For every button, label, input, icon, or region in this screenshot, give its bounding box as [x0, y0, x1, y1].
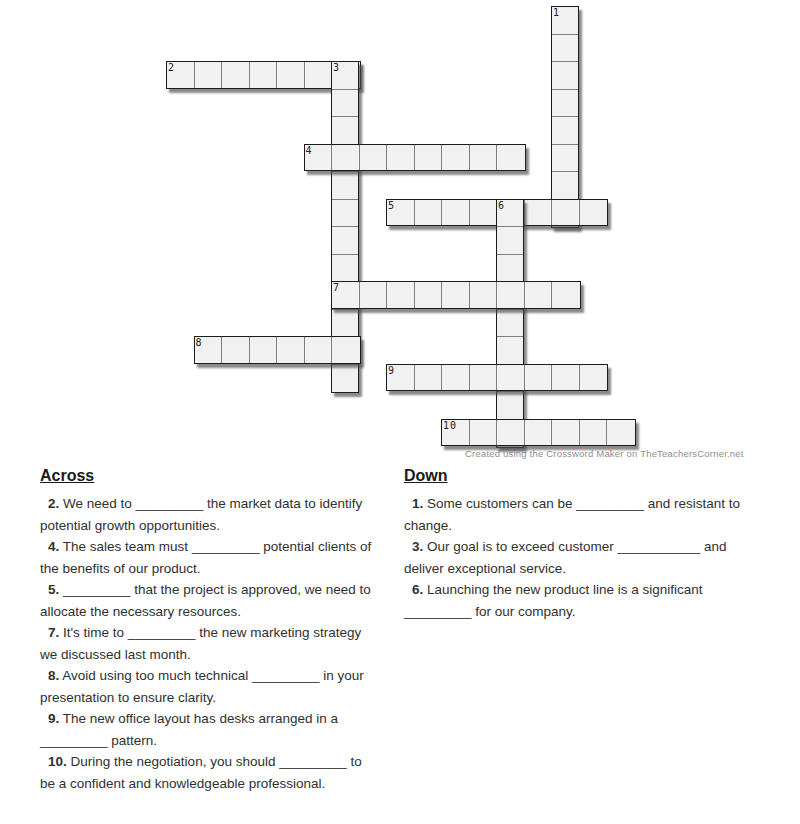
clue-number-text: 5. — [48, 582, 59, 597]
grid-cell-r7-c13[interactable] — [525, 200, 553, 226]
grid-cell-r7-c11[interactable] — [470, 200, 498, 226]
clue-number-text: 7. — [48, 625, 59, 640]
grid-cell-r2-c4[interactable] — [277, 62, 305, 88]
grid-cell-r10-c8[interactable] — [387, 282, 415, 308]
down-heading: Down — [404, 466, 792, 486]
grid-cell-r2-c5[interactable] — [305, 62, 333, 88]
clue-4-across: 4. The sales team must _________ potenti… — [40, 536, 400, 579]
clue-number-text: 10. — [48, 754, 67, 769]
grid-cell-r13-c15[interactable] — [580, 365, 608, 391]
grid-cell-r1-c14[interactable] — [552, 35, 578, 63]
clue-number-text: 6. — [412, 582, 423, 597]
clue-text: During the negotiation, you should _____… — [40, 754, 362, 791]
grid-cell-r11-c6[interactable] — [332, 310, 358, 338]
grid-cell-r10-c11[interactable] — [470, 282, 498, 308]
clue-text: _________ that the project is approved, … — [40, 582, 371, 619]
crossword-board: Created using the Crossword Maker on The… — [0, 0, 800, 462]
grid-cell-r10-c10[interactable] — [442, 282, 470, 308]
grid-cell-r13-c11[interactable] — [470, 365, 498, 391]
clue-8-across: 8. Avoid using too much technical ______… — [40, 665, 400, 708]
grid-cell-r7-c6[interactable] — [332, 200, 358, 228]
clue-text: Launching the new product line is a sign… — [404, 582, 702, 619]
grid-number-10: 10 — [443, 421, 457, 431]
grid-cell-r7-c15[interactable] — [580, 200, 608, 226]
grid-cell-r3-c6[interactable] — [332, 90, 358, 118]
clue-text: The sales team must _________ potential … — [40, 539, 371, 576]
grid-cell-r13-c14[interactable] — [552, 365, 580, 391]
down-clues-section: Down 1. Some customers can be _________ … — [404, 466, 792, 622]
grid-cell-r6-c14[interactable] — [552, 172, 578, 200]
clue-number-text: 8. — [48, 668, 59, 683]
clue-text: Some customers can be _________ and resi… — [404, 496, 740, 533]
word-6-down — [496, 199, 524, 449]
clue-6-down: 6. Launching the new product line is a s… — [404, 579, 792, 622]
grid-number-9: 9 — [388, 366, 395, 376]
grid-cell-r11-c12[interactable] — [497, 310, 523, 338]
grid-number-1: 1 — [553, 8, 560, 18]
grid-cell-r4-c6[interactable] — [332, 117, 358, 145]
grid-cell-r13-c6[interactable] — [332, 365, 358, 393]
grid-number-4: 4 — [306, 146, 313, 156]
grid-number-2: 2 — [168, 63, 175, 73]
grid-cell-r15-c16[interactable] — [607, 420, 635, 446]
grid-cell-r14-c12[interactable] — [497, 392, 523, 420]
grid-cell-r15-c15[interactable] — [580, 420, 608, 446]
clue-number-text: 4. — [48, 539, 59, 554]
clue-text: The new office layout has desks arranged… — [40, 711, 338, 748]
grid-cell-r7-c14[interactable] — [552, 200, 580, 226]
grid-cell-r12-c12[interactable] — [497, 337, 523, 365]
clue-number-text: 2. — [48, 496, 59, 511]
grid-cell-r2-c2[interactable] — [222, 62, 250, 88]
grid-cell-r9-c6[interactable] — [332, 255, 358, 283]
word-9-across — [386, 364, 608, 392]
grid-cell-r13-c12[interactable] — [497, 365, 525, 391]
crossword-page: Created using the Crossword Maker on The… — [0, 0, 800, 824]
grid-cell-r6-c6[interactable] — [332, 172, 358, 200]
clue-5-across: 5. _________ that the project is approve… — [40, 579, 400, 622]
grid-cell-r7-c9[interactable] — [415, 200, 443, 226]
across-heading: Across — [40, 466, 400, 486]
grid-cell-r5-c11[interactable] — [470, 145, 498, 171]
clue-9-across: 9. The new office layout has desks arran… — [40, 708, 400, 751]
grid-cell-r10-c12[interactable] — [497, 282, 525, 308]
clue-text: Avoid using too much technical _________… — [40, 668, 364, 705]
clue-number-text: 1. — [412, 496, 423, 511]
grid-cell-r15-c14[interactable] — [552, 420, 580, 446]
grid-number-6: 6 — [498, 201, 505, 211]
grid-cell-r2-c3[interactable] — [250, 62, 278, 88]
grid-cell-r5-c7[interactable] — [360, 145, 388, 171]
clue-text: It's time to _________ the new marketing… — [40, 625, 361, 662]
grid-cell-r2-c1[interactable] — [195, 62, 223, 88]
grid-cell-r9-c12[interactable] — [497, 255, 523, 283]
clue-number-text: 9. — [48, 711, 59, 726]
grid-cell-r8-c6[interactable] — [332, 227, 358, 255]
clue-1-down: 1. Some customers can be _________ and r… — [404, 493, 792, 536]
grid-cell-r3-c14[interactable] — [552, 90, 578, 118]
grid-cell-r10-c9[interactable] — [415, 282, 443, 308]
grid-cell-r2-c14[interactable] — [552, 62, 578, 90]
grid-cell-r15-c12[interactable] — [497, 420, 525, 446]
grid-cell-r7-c10[interactable] — [442, 200, 470, 226]
grid-cell-r10-c13[interactable] — [525, 282, 553, 308]
grid-cell-r10-c14[interactable] — [552, 282, 580, 308]
grid-number-8: 8 — [196, 338, 203, 348]
word-8-across — [194, 336, 361, 364]
grid-number-7: 7 — [333, 283, 340, 293]
grid-cell-r15-c11[interactable] — [470, 420, 498, 446]
grid-number-5: 5 — [388, 201, 395, 211]
clue-text: Our goal is to exceed customer _________… — [404, 539, 726, 576]
grid-cell-r12-c2[interactable] — [222, 337, 250, 363]
grid-cell-r13-c9[interactable] — [415, 365, 443, 391]
grid-cell-r5-c6[interactable] — [332, 145, 360, 171]
grid-cell-r5-c12[interactable] — [497, 145, 525, 171]
word-4-across — [304, 144, 526, 172]
clue-10-across: 10. During the negotiation, you should _… — [40, 751, 400, 794]
word-10-across — [441, 419, 636, 447]
grid-cell-r8-c12[interactable] — [497, 227, 523, 255]
grid-cell-r5-c10[interactable] — [442, 145, 470, 171]
grid-cell-r10-c7[interactable] — [360, 282, 388, 308]
word-7-across — [331, 281, 581, 309]
grid-number-3: 3 — [333, 63, 340, 73]
attribution-text: Created using the Crossword Maker on The… — [465, 448, 744, 459]
clue-3-down: 3. Our goal is to exceed customer ______… — [404, 536, 792, 579]
grid-cell-r12-c3[interactable] — [250, 337, 278, 363]
clue-text: We need to _________ the market data to … — [40, 496, 362, 533]
word-1-down — [551, 6, 579, 228]
clue-7-across: 7. It's time to _________ the new market… — [40, 622, 400, 665]
across-clues-section: Across 2. We need to _________ the marke… — [40, 466, 400, 794]
grid-cell-r12-c5[interactable] — [305, 337, 333, 363]
grid-cell-r15-c13[interactable] — [525, 420, 553, 446]
grid-cell-r5-c9[interactable] — [415, 145, 443, 171]
clue-2-across: 2. We need to _________ the market data … — [40, 493, 400, 536]
grid-cell-r12-c6[interactable] — [332, 337, 360, 363]
grid-cell-r12-c4[interactable] — [277, 337, 305, 363]
grid-cell-r13-c13[interactable] — [525, 365, 553, 391]
grid-cell-r4-c14[interactable] — [552, 117, 578, 145]
grid-cell-r5-c14[interactable] — [552, 145, 578, 173]
grid-cell-r13-c10[interactable] — [442, 365, 470, 391]
clue-number-text: 3. — [412, 539, 423, 554]
grid-cell-r5-c8[interactable] — [387, 145, 415, 171]
